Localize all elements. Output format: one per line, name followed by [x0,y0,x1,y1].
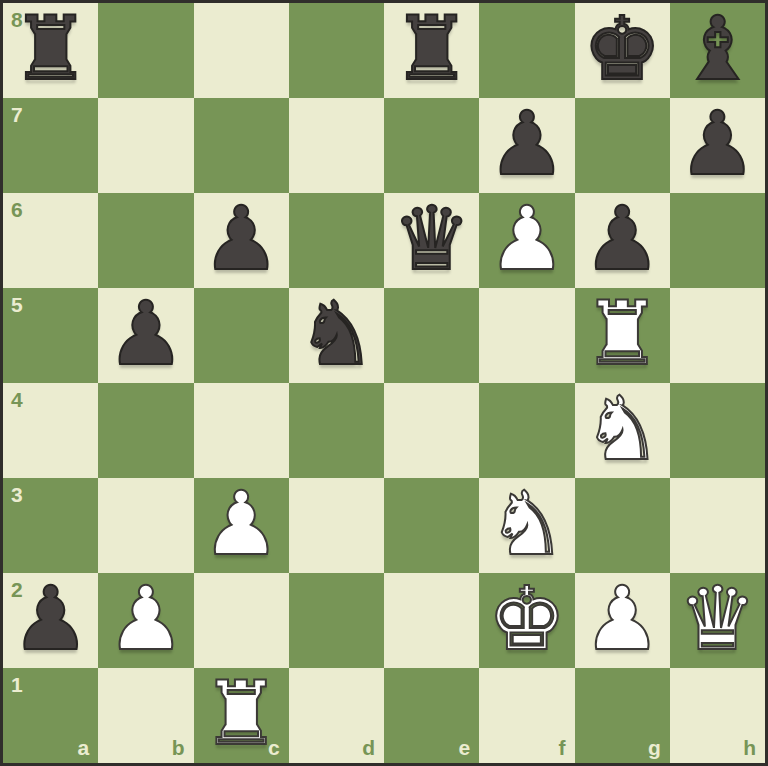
rank-label-4: 4 [11,389,23,410]
square-f8[interactable] [479,3,574,98]
file-label-a: a [78,737,90,758]
square-c2[interactable] [194,573,289,668]
white-knight[interactable]: ♞ [583,385,662,473]
white-pawn[interactable]: ♟ [487,195,566,283]
square-c8[interactable] [194,3,289,98]
square-d3[interactable] [289,478,384,573]
square-d1[interactable]: d [289,668,384,763]
square-f2[interactable]: ♚ [479,573,574,668]
square-g2[interactable]: ♟ [575,573,670,668]
black-bishop[interactable]: ♝ [678,5,757,93]
white-pawn[interactable]: ♟ [106,575,185,663]
square-d8[interactable] [289,3,384,98]
square-c6[interactable]: ♟ [194,193,289,288]
square-e7[interactable] [384,98,479,193]
square-a5[interactable]: 5 [3,288,98,383]
white-rook[interactable]: ♜ [202,670,281,758]
black-knight[interactable]: ♞ [297,290,376,378]
file-label-f: f [559,737,566,758]
file-label-b: b [172,737,185,758]
black-pawn[interactable]: ♟ [106,290,185,378]
black-queen[interactable]: ♛ [392,195,471,283]
white-knight[interactable]: ♞ [487,480,566,568]
rank-label-5: 5 [11,294,23,315]
square-h2[interactable]: ♛ [670,573,765,668]
white-rook[interactable]: ♜ [583,290,662,378]
square-c7[interactable] [194,98,289,193]
square-g5[interactable]: ♜ [575,288,670,383]
square-h6[interactable] [670,193,765,288]
square-f6[interactable]: ♟ [479,193,574,288]
white-queen[interactable]: ♛ [678,575,757,663]
square-a2[interactable]: 2♟ [3,573,98,668]
square-b4[interactable] [98,383,193,478]
file-label-e: e [459,737,471,758]
square-f4[interactable] [479,383,574,478]
square-c5[interactable] [194,288,289,383]
square-a4[interactable]: 4 [3,383,98,478]
square-e8[interactable]: ♜ [384,3,479,98]
square-c3[interactable]: ♟ [194,478,289,573]
black-pawn[interactable]: ♟ [583,195,662,283]
square-b8[interactable] [98,3,193,98]
square-g8[interactable]: ♚ [575,3,670,98]
square-h1[interactable]: h [670,668,765,763]
square-h7[interactable]: ♟ [670,98,765,193]
square-d4[interactable] [289,383,384,478]
square-g1[interactable]: g [575,668,670,763]
black-rook[interactable]: ♜ [11,5,90,93]
square-b5[interactable]: ♟ [98,288,193,383]
square-c1[interactable]: c♜ [194,668,289,763]
square-b6[interactable] [98,193,193,288]
rank-label-1: 1 [11,674,23,695]
rank-label-7: 7 [11,104,23,125]
square-f1[interactable]: f [479,668,574,763]
square-g6[interactable]: ♟ [575,193,670,288]
square-e4[interactable] [384,383,479,478]
chess-board: 8♜♜♚♝7♟♟6♟♛♟♟5♟♞♜4♞3♟♞2♟♟♚♟♛1abc♜defgh [0,0,768,766]
square-b2[interactable]: ♟ [98,573,193,668]
square-e2[interactable] [384,573,479,668]
square-e6[interactable]: ♛ [384,193,479,288]
square-e3[interactable] [384,478,479,573]
square-g7[interactable] [575,98,670,193]
file-label-d: d [362,737,375,758]
square-h8[interactable]: ♝ [670,3,765,98]
square-g3[interactable] [575,478,670,573]
white-pawn[interactable]: ♟ [202,480,281,568]
square-b3[interactable] [98,478,193,573]
black-pawn[interactable]: ♟ [487,100,566,188]
square-h4[interactable] [670,383,765,478]
square-e1[interactable]: e [384,668,479,763]
black-king[interactable]: ♚ [583,5,662,93]
square-b1[interactable]: b [98,668,193,763]
black-pawn[interactable]: ♟ [202,195,281,283]
square-h3[interactable] [670,478,765,573]
square-a8[interactable]: 8♜ [3,3,98,98]
black-pawn[interactable]: ♟ [678,100,757,188]
square-h5[interactable] [670,288,765,383]
rank-label-3: 3 [11,484,23,505]
square-e5[interactable] [384,288,479,383]
square-a7[interactable]: 7 [3,98,98,193]
square-f3[interactable]: ♞ [479,478,574,573]
square-c4[interactable] [194,383,289,478]
square-a3[interactable]: 3 [3,478,98,573]
white-pawn[interactable]: ♟ [583,575,662,663]
file-label-g: g [648,737,661,758]
square-d6[interactable] [289,193,384,288]
square-a6[interactable]: 6 [3,193,98,288]
square-b7[interactable] [98,98,193,193]
black-pawn[interactable]: ♟ [11,575,90,663]
file-label-h: h [743,737,756,758]
square-d5[interactable]: ♞ [289,288,384,383]
square-d2[interactable] [289,573,384,668]
square-g4[interactable]: ♞ [575,383,670,478]
rank-label-6: 6 [11,199,23,220]
white-king[interactable]: ♚ [487,575,566,663]
square-f5[interactable] [479,288,574,383]
square-d7[interactable] [289,98,384,193]
square-a1[interactable]: 1a [3,668,98,763]
square-f7[interactable]: ♟ [479,98,574,193]
black-rook[interactable]: ♜ [392,5,471,93]
